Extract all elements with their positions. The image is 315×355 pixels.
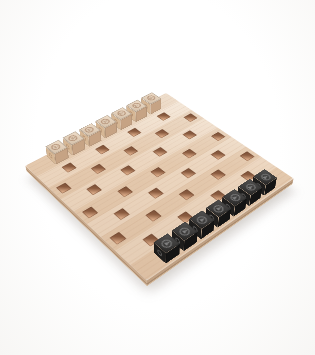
board-hole-square[interactable] (180, 168, 196, 179)
board-hole-square[interactable] (145, 209, 162, 221)
board-hole-square[interactable] (155, 129, 170, 138)
board-hole-square[interactable] (183, 130, 198, 139)
board-hole-square[interactable] (181, 149, 196, 159)
board-hole-square[interactable] (239, 151, 254, 161)
product-photo-background: ♙♙♙♙♙♙♙♟♟♟♟♟♟♟ (0, 0, 315, 355)
board-hole-square[interactable] (211, 132, 226, 141)
board-hole-square[interactable] (86, 184, 102, 195)
game-board[interactable]: ♙♙♙♙♙♙♙♟♟♟♟♟♟♟ (25, 93, 293, 280)
board-hole-square[interactable] (62, 162, 77, 172)
board-hole-square[interactable] (179, 189, 195, 200)
black-piece-engraving-icon: ♟ (244, 183, 258, 192)
white-piece-engraving-icon: ♙ (145, 95, 156, 102)
board-hole-square[interactable] (148, 187, 164, 198)
board-hole-square[interactable] (184, 114, 198, 123)
black-piece-engraving-icon: ♟ (195, 215, 209, 225)
black-piece-engraving-icon: ♟ (212, 204, 226, 214)
board-hole-square[interactable] (117, 186, 133, 197)
board-hole-square[interactable] (109, 232, 126, 245)
board-hole-square[interactable] (210, 169, 226, 180)
board-hole-square[interactable] (124, 146, 139, 156)
board-edge-left (25, 166, 147, 287)
board-hole-square[interactable] (56, 183, 72, 194)
board-hole-square[interactable] (153, 147, 168, 157)
white-piece-engraving-icon: ♙ (115, 110, 127, 117)
board-hole-square[interactable] (150, 167, 166, 178)
white-cube-piece[interactable]: ♙ (47, 150, 69, 165)
board-hole-square[interactable] (82, 206, 99, 218)
black-piece-engraving-icon: ♟ (228, 193, 242, 203)
board-hole-square[interactable] (91, 164, 106, 174)
board-hole-square[interactable] (210, 150, 225, 160)
black-piece-engraving-icon: ♟ (259, 173, 272, 182)
board-hole-square[interactable] (157, 112, 171, 121)
board-hole-square[interactable] (95, 145, 110, 155)
board-hole-square[interactable] (121, 165, 136, 176)
board-hole-square[interactable] (113, 208, 130, 220)
white-piece-engraving-icon: ♙ (131, 102, 143, 109)
board-hole-square[interactable] (127, 128, 141, 137)
